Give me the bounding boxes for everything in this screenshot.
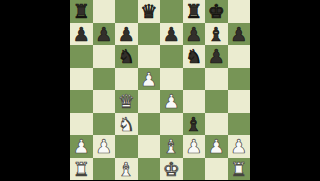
- square-d5[interactable]: ♟: [138, 68, 161, 91]
- letterbox-left: [0, 0, 70, 180]
- square-a2[interactable]: ♟: [70, 135, 93, 158]
- square-f5[interactable]: [183, 68, 206, 91]
- black-pawn-piece[interactable]: ♟: [230, 22, 247, 45]
- square-h4[interactable]: [228, 90, 251, 113]
- black-knight-piece[interactable]: ♞: [118, 45, 135, 68]
- black-pawn-piece[interactable]: ♟: [163, 22, 180, 45]
- letterbox-right: [250, 0, 320, 180]
- black-bishop-piece[interactable]: ♝: [208, 22, 225, 45]
- white-pawn-piece[interactable]: ♟: [95, 135, 112, 158]
- square-e7[interactable]: ♟: [160, 23, 183, 46]
- square-e2[interactable]: ♝: [160, 135, 183, 158]
- square-b3[interactable]: [93, 113, 116, 136]
- white-pawn-piece[interactable]: ♟: [140, 67, 157, 90]
- square-f6[interactable]: ♞: [183, 45, 206, 68]
- square-a4[interactable]: [70, 90, 93, 113]
- square-c6[interactable]: ♞: [115, 45, 138, 68]
- square-f7[interactable]: ♟: [183, 23, 206, 46]
- square-f4[interactable]: [183, 90, 206, 113]
- square-d4[interactable]: [138, 90, 161, 113]
- square-b1[interactable]: [93, 158, 116, 181]
- square-e5[interactable]: [160, 68, 183, 91]
- white-pawn-piece[interactable]: ♟: [230, 135, 247, 158]
- black-pawn-piece[interactable]: ♟: [185, 22, 202, 45]
- square-b8[interactable]: [93, 0, 116, 23]
- square-e3[interactable]: [160, 113, 183, 136]
- white-bishop-piece[interactable]: ♝: [118, 157, 135, 180]
- white-queen-piece[interactable]: ♛: [118, 90, 135, 113]
- square-g5[interactable]: [205, 68, 228, 91]
- square-c3[interactable]: ♞: [115, 113, 138, 136]
- chess-board[interactable]: ♜♛♜♚♟♟♟♟♟♝♟♞♞♟♟♛♟♞♝♟♟♝♟♟♟♜♝♚♜: [70, 0, 250, 180]
- square-c5[interactable]: [115, 68, 138, 91]
- square-e4[interactable]: ♟: [160, 90, 183, 113]
- black-bishop-piece[interactable]: ♝: [185, 112, 202, 135]
- square-d2[interactable]: [138, 135, 161, 158]
- white-knight-piece[interactable]: ♞: [118, 112, 135, 135]
- square-c8[interactable]: [115, 0, 138, 23]
- white-rook-piece[interactable]: ♜: [230, 157, 247, 180]
- black-rook-piece[interactable]: ♜: [185, 0, 202, 22]
- square-h5[interactable]: [228, 68, 251, 91]
- black-rook-piece[interactable]: ♜: [73, 0, 90, 22]
- square-g8[interactable]: ♚: [205, 0, 228, 23]
- square-a3[interactable]: [70, 113, 93, 136]
- black-pawn-piece[interactable]: ♟: [208, 45, 225, 68]
- black-pawn-piece[interactable]: ♟: [95, 22, 112, 45]
- square-e1[interactable]: ♚: [160, 158, 183, 181]
- square-d3[interactable]: [138, 113, 161, 136]
- square-c7[interactable]: ♟: [115, 23, 138, 46]
- square-d8[interactable]: ♛: [138, 0, 161, 23]
- square-d7[interactable]: [138, 23, 161, 46]
- black-pawn-piece[interactable]: ♟: [73, 22, 90, 45]
- square-g6[interactable]: ♟: [205, 45, 228, 68]
- white-rook-piece[interactable]: ♜: [73, 157, 90, 180]
- square-g3[interactable]: [205, 113, 228, 136]
- video-frame: { "game": "chess", "position": { "fen": …: [0, 0, 320, 180]
- white-pawn-piece[interactable]: ♟: [163, 90, 180, 113]
- square-e8[interactable]: [160, 0, 183, 23]
- square-a5[interactable]: [70, 68, 93, 91]
- black-king-piece[interactable]: ♚: [208, 0, 225, 22]
- white-pawn-piece[interactable]: ♟: [208, 135, 225, 158]
- white-bishop-piece[interactable]: ♝: [163, 135, 180, 158]
- square-a6[interactable]: [70, 45, 93, 68]
- square-h1[interactable]: ♜: [228, 158, 251, 181]
- black-pawn-piece[interactable]: ♟: [118, 22, 135, 45]
- letterboxed-stage: ♜♛♜♚♟♟♟♟♟♝♟♞♞♟♟♛♟♞♝♟♟♝♟♟♟♜♝♚♜: [0, 0, 320, 180]
- black-queen-piece[interactable]: ♛: [140, 0, 157, 22]
- square-h8[interactable]: [228, 0, 251, 23]
- square-e6[interactable]: [160, 45, 183, 68]
- square-g2[interactable]: ♟: [205, 135, 228, 158]
- square-c4[interactable]: ♛: [115, 90, 138, 113]
- square-b2[interactable]: ♟: [93, 135, 116, 158]
- square-f1[interactable]: [183, 158, 206, 181]
- white-pawn-piece[interactable]: ♟: [185, 135, 202, 158]
- square-g4[interactable]: [205, 90, 228, 113]
- square-b7[interactable]: ♟: [93, 23, 116, 46]
- square-h7[interactable]: ♟: [228, 23, 251, 46]
- square-g1[interactable]: [205, 158, 228, 181]
- white-king-piece[interactable]: ♚: [163, 157, 180, 180]
- white-pawn-piece[interactable]: ♟: [73, 135, 90, 158]
- square-h2[interactable]: ♟: [228, 135, 251, 158]
- square-f2[interactable]: ♟: [183, 135, 206, 158]
- square-f8[interactable]: ♜: [183, 0, 206, 23]
- square-b6[interactable]: [93, 45, 116, 68]
- square-c2[interactable]: [115, 135, 138, 158]
- square-a8[interactable]: ♜: [70, 0, 93, 23]
- square-b5[interactable]: [93, 68, 116, 91]
- square-c1[interactable]: ♝: [115, 158, 138, 181]
- square-h3[interactable]: [228, 113, 251, 136]
- square-b4[interactable]: [93, 90, 116, 113]
- square-h6[interactable]: [228, 45, 251, 68]
- square-f3[interactable]: ♝: [183, 113, 206, 136]
- square-a1[interactable]: ♜: [70, 158, 93, 181]
- square-d1[interactable]: [138, 158, 161, 181]
- square-a7[interactable]: ♟: [70, 23, 93, 46]
- square-g7[interactable]: ♝: [205, 23, 228, 46]
- black-knight-piece[interactable]: ♞: [185, 45, 202, 68]
- square-d6[interactable]: [138, 45, 161, 68]
